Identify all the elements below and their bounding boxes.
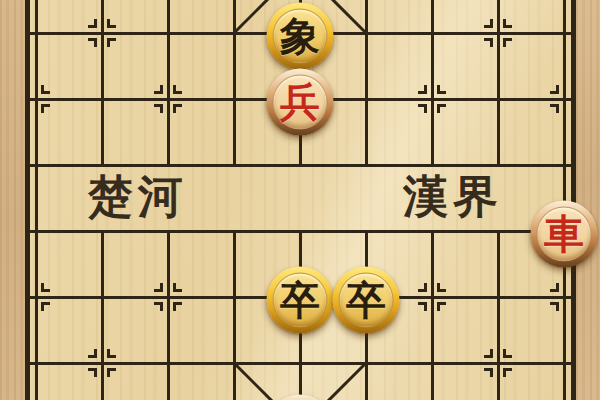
position-marker	[418, 302, 427, 311]
position-marker	[88, 368, 97, 377]
position-marker	[88, 19, 97, 28]
grid-file-line	[233, 230, 236, 400]
board-outer-border-left	[25, 0, 30, 400]
position-marker	[154, 85, 163, 94]
position-marker	[41, 302, 50, 311]
position-marker	[503, 349, 512, 358]
piece-character: 卒	[346, 279, 386, 319]
position-marker	[173, 104, 182, 113]
position-marker	[437, 104, 446, 113]
position-marker	[550, 104, 559, 113]
xiangqi-board[interactable]: 楚河 漢界 象兵車卒卒	[0, 0, 600, 400]
piece-black-soldier-1[interactable]: 卒	[267, 267, 334, 334]
grid-file-line	[101, 0, 104, 167]
position-marker	[484, 19, 493, 28]
position-marker	[154, 302, 163, 311]
position-marker	[437, 283, 446, 292]
position-marker	[154, 104, 163, 113]
grid-file-line	[431, 0, 434, 167]
position-marker	[484, 349, 493, 358]
grid-file-line	[233, 0, 236, 167]
position-marker	[173, 85, 182, 94]
board-outer-border-right	[571, 0, 576, 400]
position-marker	[550, 85, 559, 94]
position-marker	[88, 349, 97, 358]
position-marker	[41, 85, 50, 94]
position-marker	[41, 283, 50, 292]
grid-file-line	[35, 0, 38, 400]
position-marker	[107, 368, 116, 377]
piece-red-soldier[interactable]: 兵	[267, 69, 334, 136]
position-marker	[107, 349, 116, 358]
position-marker	[484, 38, 493, 47]
piece-face: 卒	[339, 273, 394, 328]
river-label-chu-he: 楚河	[88, 167, 188, 227]
grid-file-line	[167, 230, 170, 400]
position-marker	[107, 38, 116, 47]
position-marker	[418, 104, 427, 113]
position-marker	[503, 38, 512, 47]
position-marker	[418, 85, 427, 94]
position-marker	[418, 283, 427, 292]
piece-face: 車	[537, 207, 592, 262]
piece-face: 象	[273, 9, 328, 64]
piece-black-soldier-2[interactable]: 卒	[333, 267, 400, 334]
grid-file-line	[431, 230, 434, 400]
position-marker	[503, 368, 512, 377]
position-marker	[107, 19, 116, 28]
position-marker	[173, 283, 182, 292]
position-marker	[88, 38, 97, 47]
grid-file-line	[497, 230, 500, 400]
piece-red-chariot[interactable]: 車	[531, 201, 598, 268]
position-marker	[154, 283, 163, 292]
grid-file-line	[101, 230, 104, 400]
piece-face: 卒	[273, 273, 328, 328]
grid-file-line	[365, 0, 368, 167]
position-marker	[437, 302, 446, 311]
piece-character: 兵	[280, 81, 320, 121]
position-marker	[173, 302, 182, 311]
position-marker	[484, 368, 493, 377]
position-marker	[550, 283, 559, 292]
piece-black-elephant[interactable]: 象	[267, 3, 334, 70]
grid-file-line	[167, 0, 170, 167]
piece-character: 象	[280, 15, 320, 55]
piece-character: 車	[544, 213, 584, 253]
position-marker	[41, 104, 50, 113]
position-marker	[437, 85, 446, 94]
position-marker	[550, 302, 559, 311]
grid-file-line	[497, 0, 500, 167]
piece-face: 兵	[273, 75, 328, 130]
piece-character: 卒	[280, 279, 320, 319]
river-label-han-jie: 漢界	[403, 167, 503, 227]
position-marker	[503, 19, 512, 28]
